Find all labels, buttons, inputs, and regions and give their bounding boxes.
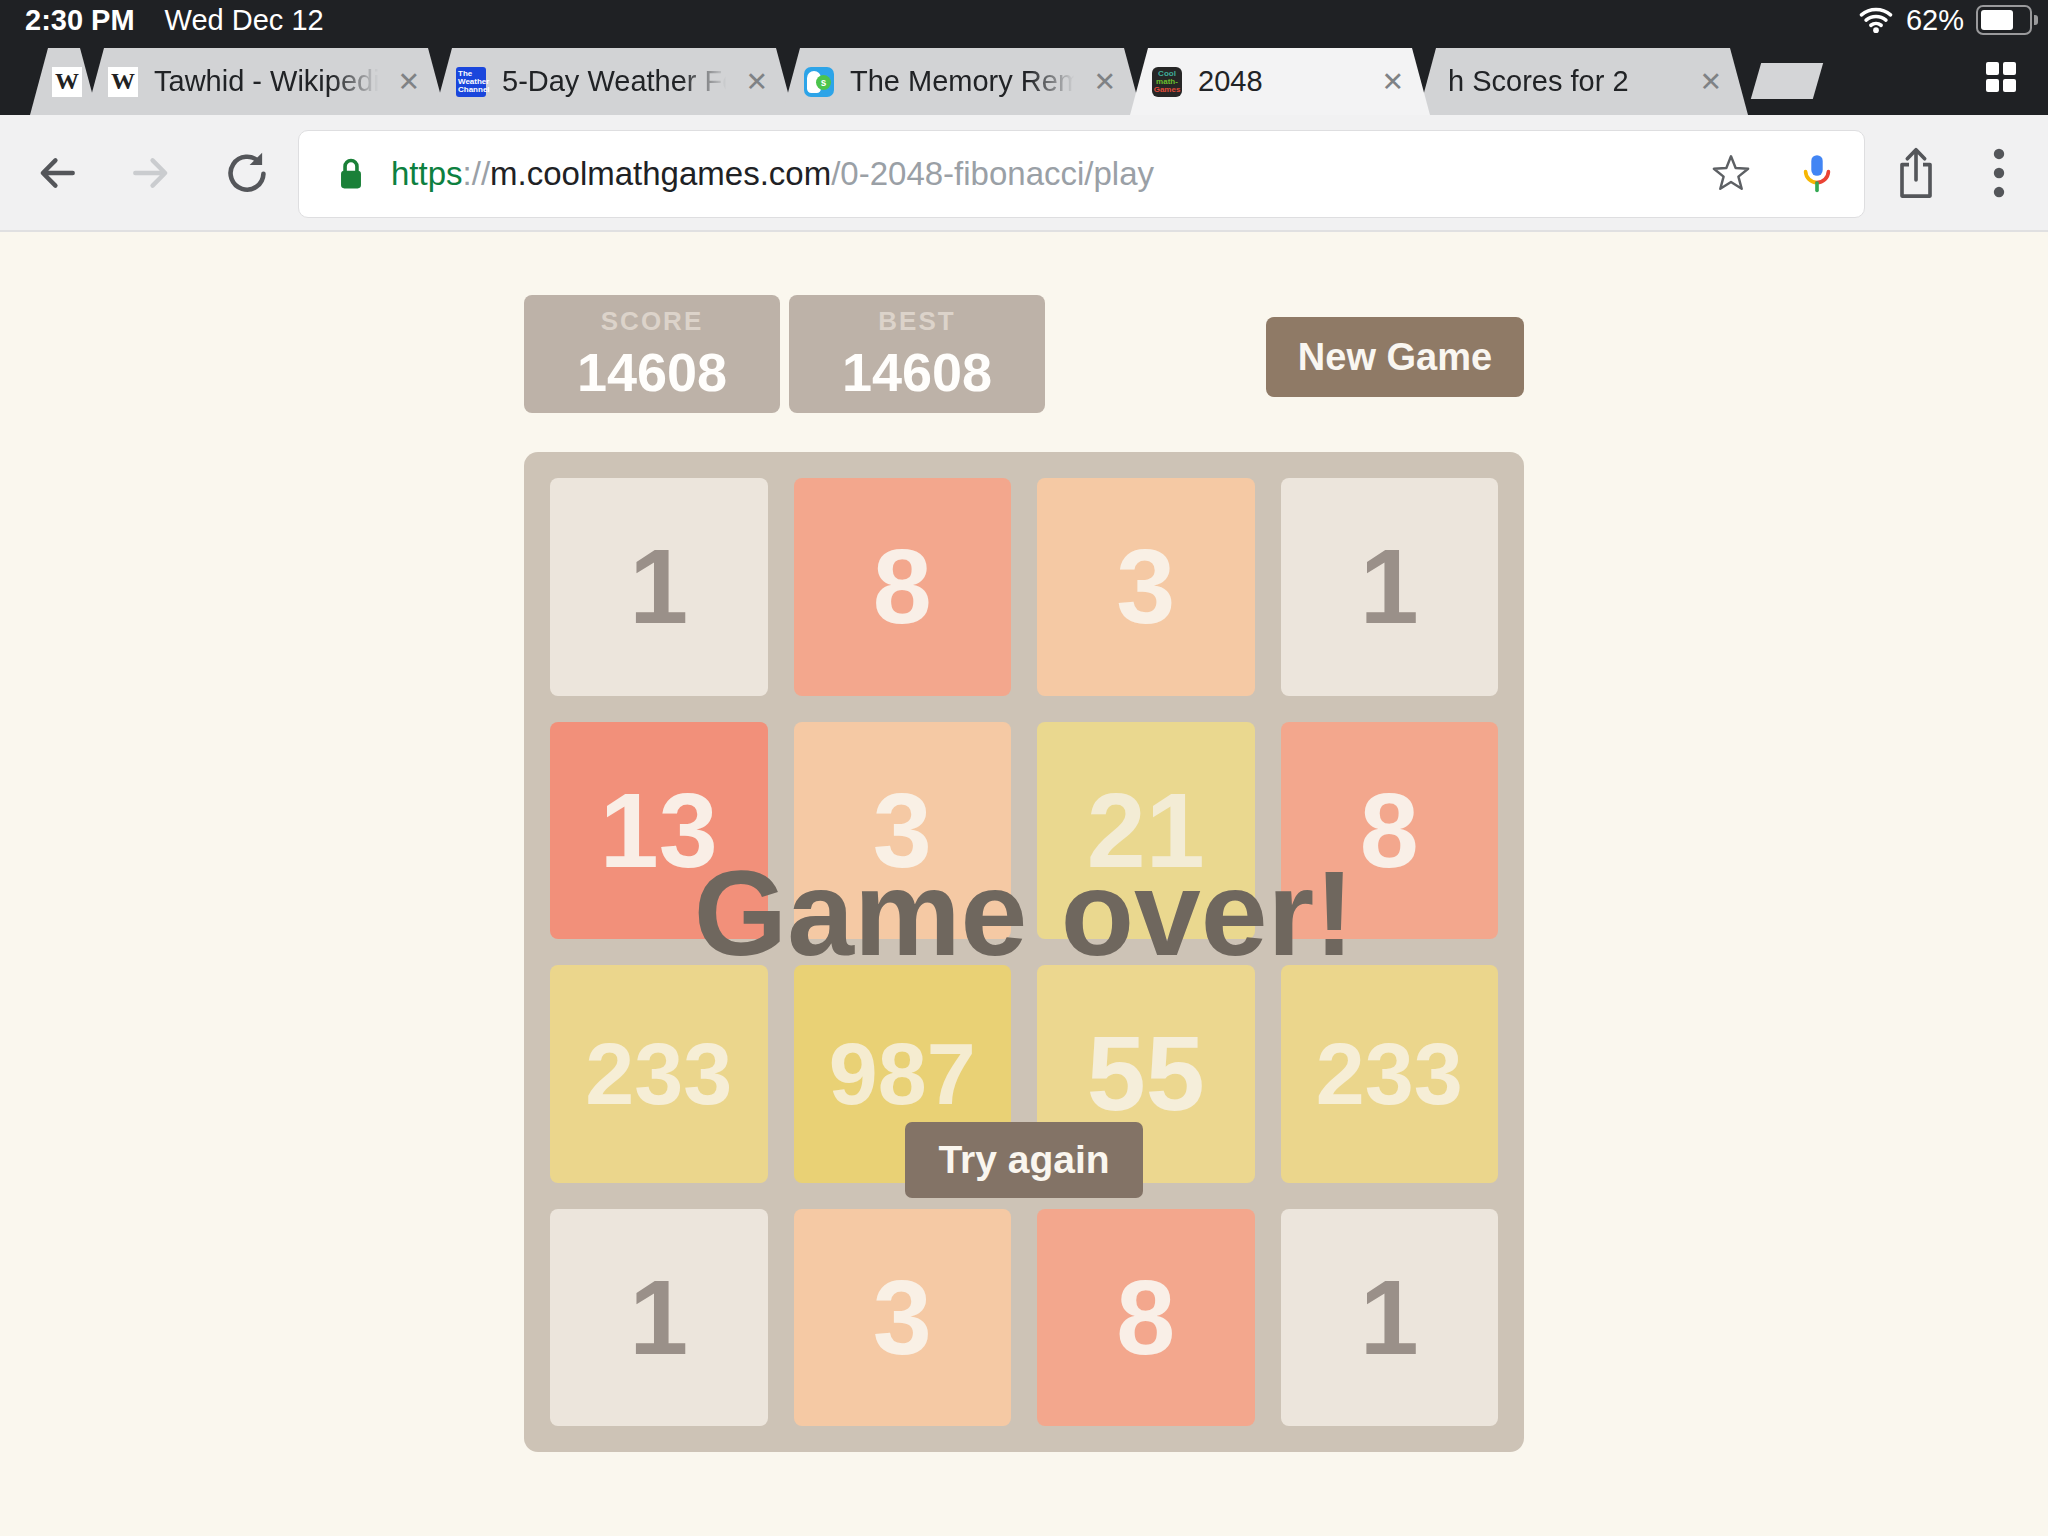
url-scheme: https bbox=[391, 155, 463, 192]
tab-title: h Scores for 2 bbox=[1448, 65, 1685, 98]
reload-button[interactable] bbox=[212, 115, 282, 230]
score-box: SCORE 14608 bbox=[524, 295, 780, 413]
tab-strip: WWTawhid - Wikipedi✕TheWeatherChannel5-D… bbox=[0, 40, 2048, 115]
best-label: BEST bbox=[878, 306, 955, 337]
best-value: 14608 bbox=[842, 341, 992, 403]
game-hud: SCORE 14608 BEST 14608 New Game bbox=[524, 295, 1524, 413]
tab-wikipedia-edge[interactable]: W bbox=[30, 48, 98, 115]
new-tab-button[interactable] bbox=[1751, 63, 1823, 99]
forward-button[interactable] bbox=[116, 115, 186, 230]
battery-percent: 62% bbox=[1906, 4, 1964, 37]
url-path: /0-2048-fibonacci/play bbox=[831, 155, 1154, 192]
coolmathgames-favicon: Coolmath-Games bbox=[1152, 67, 1182, 97]
score-value: 14608 bbox=[577, 341, 727, 403]
game-over-message: Game over! bbox=[524, 844, 1524, 982]
close-icon[interactable]: ✕ bbox=[1381, 66, 1404, 98]
screen: 2:30 PM Wed Dec 12 62% WWTawhid - Wikipe… bbox=[0, 0, 2048, 1536]
share-button[interactable] bbox=[1893, 115, 1939, 230]
score-label: SCORE bbox=[601, 306, 703, 337]
game-over-overlay: Game over!Try again bbox=[524, 452, 1524, 1452]
memory-app-favicon: s bbox=[804, 67, 834, 97]
page-content: SCORE 14608 BEST 14608 New Game 18311332… bbox=[0, 232, 2048, 1536]
url-host: m.coolmathgames.com bbox=[490, 155, 831, 192]
status-bar: 2:30 PM Wed Dec 12 62% bbox=[0, 0, 2048, 40]
url-bar[interactable]: https://m.coolmathgames.com/0-2048-fibon… bbox=[298, 130, 1865, 218]
weather-channel-favicon: TheWeatherChannel bbox=[456, 67, 486, 97]
close-icon[interactable]: ✕ bbox=[745, 66, 768, 98]
game-board: 1831133218233987552331381Game over!Try a… bbox=[524, 452, 1524, 1452]
reload-icon bbox=[224, 150, 270, 196]
tab-title: Tawhid - Wikipedi bbox=[154, 65, 383, 98]
close-icon[interactable]: ✕ bbox=[397, 66, 420, 98]
tab-scores[interactable]: h Scores for 2✕ bbox=[1418, 48, 1748, 115]
tab-tawhid-wikipedia[interactable]: WTawhid - Wikipedi✕ bbox=[86, 48, 446, 115]
back-button[interactable] bbox=[22, 115, 92, 230]
new-game-button[interactable]: New Game bbox=[1266, 317, 1524, 397]
tab-2048[interactable]: Coolmath-Games2048✕ bbox=[1130, 48, 1430, 115]
wikipedia-favicon: W bbox=[108, 67, 138, 97]
tab-memory-remains[interactable]: sThe Memory Rem✕ bbox=[782, 48, 1142, 115]
tab-title: 5-Day Weather Fo bbox=[502, 65, 731, 98]
battery-icon bbox=[1976, 5, 2038, 35]
wikipedia-favicon: W bbox=[52, 67, 82, 97]
best-box: BEST 14608 bbox=[789, 295, 1045, 413]
share-icon bbox=[1893, 145, 1939, 201]
bookmark-star-icon[interactable] bbox=[1710, 153, 1752, 195]
forward-icon bbox=[129, 151, 173, 195]
menu-button[interactable] bbox=[1992, 115, 2006, 230]
tab-title: The Memory Rem bbox=[850, 65, 1079, 98]
browser-toolbar: https://m.coolmathgames.com/0-2048-fibon… bbox=[0, 115, 2048, 232]
close-icon[interactable]: ✕ bbox=[1699, 66, 1722, 98]
menu-dots-icon bbox=[1992, 147, 2006, 199]
tab-title: 2048 bbox=[1198, 65, 1367, 98]
back-icon bbox=[35, 151, 79, 195]
close-icon[interactable]: ✕ bbox=[1093, 66, 1116, 98]
tab-grid-icon[interactable] bbox=[1986, 62, 2016, 92]
voice-search-mic-icon[interactable] bbox=[1800, 153, 1834, 195]
lock-icon bbox=[337, 156, 365, 192]
clock: 2:30 PM bbox=[25, 4, 135, 37]
tab-weather-forecast[interactable]: TheWeatherChannel5-Day Weather Fo✕ bbox=[434, 48, 794, 115]
try-again-button[interactable]: Try again bbox=[905, 1122, 1143, 1198]
url-text: https://m.coolmathgames.com/0-2048-fibon… bbox=[391, 155, 1154, 193]
date: Wed Dec 12 bbox=[165, 4, 324, 37]
wifi-icon bbox=[1858, 6, 1894, 34]
